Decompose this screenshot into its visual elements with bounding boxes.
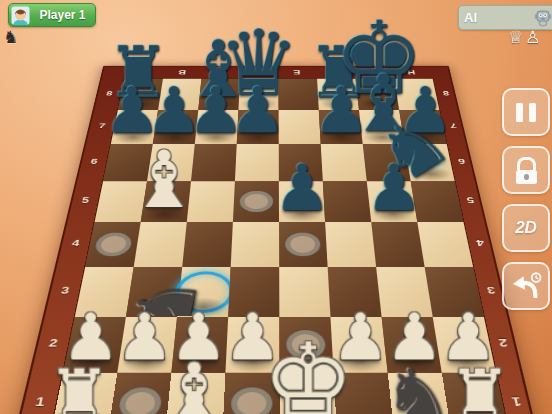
rank-label-left-6: 6 bbox=[90, 157, 99, 166]
square-g5[interactable]: ♟ bbox=[367, 181, 418, 222]
robot-icon bbox=[532, 7, 552, 29]
square-g1[interactable]: ♞ bbox=[388, 373, 452, 414]
square-d6[interactable] bbox=[235, 144, 279, 181]
square-g4[interactable] bbox=[371, 222, 424, 267]
rank-label-left-5: 5 bbox=[81, 195, 90, 204]
black-pawn-e5[interactable]: ♟ bbox=[273, 156, 330, 220]
captured-by-player-tray: ♞ bbox=[3, 29, 18, 46]
square-h4[interactable] bbox=[417, 222, 473, 267]
undo-button[interactable] bbox=[502, 262, 550, 310]
rank-label-left-4: 4 bbox=[71, 238, 81, 248]
undo-icon bbox=[509, 270, 543, 302]
lock-button[interactable] bbox=[502, 146, 550, 194]
square-f4[interactable] bbox=[325, 222, 376, 267]
board-grid[interactable]: ♜♝♛♜♚♟♟♟♟♟♝♟♞♝♟♟♞♟♟♟♟♟♟♟♜♝♚♞♜ bbox=[49, 78, 511, 414]
square-a1[interactable]: ♜ bbox=[50, 373, 117, 414]
square-d7[interactable]: ♟ bbox=[237, 110, 279, 144]
square-e1[interactable]: ♚ bbox=[280, 373, 338, 414]
black-pawn-g5[interactable]: ♟ bbox=[365, 156, 422, 220]
view-2d-label: 2D bbox=[515, 218, 537, 238]
rank-label-right-3: 3 bbox=[486, 284, 496, 295]
square-e3[interactable] bbox=[279, 267, 330, 317]
move-hint-a4[interactable] bbox=[94, 232, 133, 256]
rank-label-left-2: 2 bbox=[48, 336, 59, 349]
move-hint-d5[interactable] bbox=[239, 191, 273, 212]
rank-label-right-5: 5 bbox=[466, 195, 475, 204]
rank-label-right-4: 4 bbox=[475, 238, 485, 248]
square-a4[interactable] bbox=[85, 222, 140, 267]
white-bishop-b5[interactable]: ♝ bbox=[129, 141, 200, 220]
white-king-e1[interactable]: ♚ bbox=[263, 330, 354, 414]
white-rook-a1[interactable]: ♜ bbox=[47, 360, 112, 414]
move-hint-b1[interactable] bbox=[117, 387, 162, 414]
pause-icon bbox=[516, 103, 536, 122]
square-c1[interactable]: ♝ bbox=[165, 373, 225, 414]
player1-avatar bbox=[11, 6, 30, 25]
white-rook-h1[interactable]: ♜ bbox=[448, 360, 513, 414]
square-b5[interactable]: ♝ bbox=[141, 181, 191, 222]
lock-icon bbox=[516, 157, 537, 184]
pause-button[interactable] bbox=[502, 88, 550, 136]
chess-board-3d: ♜♝♛♜♚♟♟♟♟♟♝♟♞♝♟♟♞♟♟♟♟♟♟♟♜♝♚♞♜ AA11BB22CC… bbox=[8, 66, 544, 414]
square-b4[interactable] bbox=[134, 222, 187, 267]
player1-badge: Player 1 bbox=[8, 3, 96, 27]
square-d4[interactable] bbox=[231, 222, 279, 267]
player1-label: Player 1 bbox=[30, 8, 95, 22]
square-c4[interactable] bbox=[182, 222, 233, 267]
captured-by-ai-tray: ♕♙ bbox=[508, 29, 542, 46]
square-d5[interactable] bbox=[233, 181, 279, 222]
rank-label-left-3: 3 bbox=[60, 284, 70, 295]
board-frame: ♜♝♛♜♚♟♟♟♟♟♝♟♞♝♟♟♞♟♟♟♟♟♟♟♜♝♚♞♜ AA11BB22CC… bbox=[8, 66, 544, 414]
square-h1[interactable]: ♜ bbox=[442, 373, 510, 414]
black-pawn-d7[interactable]: ♟ bbox=[229, 79, 286, 143]
ai-label: AI bbox=[464, 10, 477, 25]
rank-label-right-2: 2 bbox=[498, 336, 509, 349]
square-e5[interactable]: ♟ bbox=[279, 181, 325, 222]
rank-label-left-1: 1 bbox=[34, 394, 46, 408]
view-2d-button[interactable]: 2D bbox=[502, 204, 550, 252]
rank-label-right-1: 1 bbox=[511, 394, 523, 408]
square-e4[interactable] bbox=[279, 222, 328, 267]
move-hint-e4[interactable] bbox=[285, 232, 321, 256]
chess-app-screen: { "game": "chess", "players": { "white":… bbox=[0, 0, 552, 414]
white-knight-g1[interactable]: ♞ bbox=[377, 353, 456, 414]
white-bishop-c1[interactable]: ♝ bbox=[158, 353, 229, 414]
